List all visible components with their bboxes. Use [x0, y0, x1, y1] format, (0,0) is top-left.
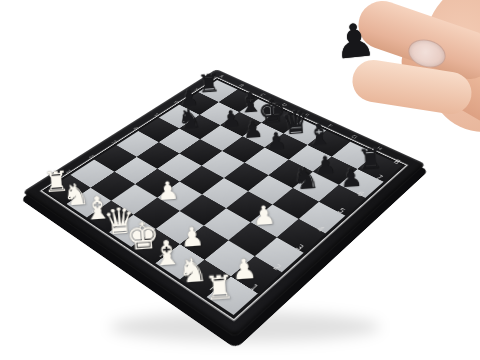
piece-white-pawn[interactable]: ♟ [156, 178, 180, 204]
chessboard[interactable]: ♜♝♚♛♝♜♟♟♟♟♟♟♞♞♟♟♟♟♜♞♝♛♚♝♞♜ AABBCCDDEEFFG… [22, 69, 425, 338]
rank-label-far-5: 5 [150, 111, 163, 118]
rank-label-far-4: 4 [129, 125, 142, 133]
piece-white-pawn[interactable]: ♟ [231, 255, 258, 284]
piece-black-pawn[interactable]: ♟ [265, 129, 287, 154]
piece-black-pawn[interactable]: ♟ [242, 118, 264, 142]
rank-label-far-2: 2 [85, 153, 98, 161]
piece-black-knight[interactable]: ♞ [177, 105, 203, 134]
piece-white-rook[interactable]: ♜ [204, 271, 236, 306]
thumb [349, 57, 474, 117]
file-label-far-g: G [347, 133, 361, 141]
middle-finger [393, 31, 480, 136]
piece-white-pawn[interactable]: ♟ [179, 224, 205, 252]
rank-label-far-3: 3 [107, 138, 120, 146]
board-frame: ♜♝♚♛♝♜♟♟♟♟♟♟♞♞♟♟♟♟♜♞♝♛♚♝♞♜ AABBCCDDEEFFG… [22, 69, 425, 338]
piece-white-pawn[interactable]: ♟ [251, 202, 276, 229]
piece-black-pawn[interactable]: ♟ [220, 107, 242, 131]
piece-black-knight[interactable]: ♞ [291, 163, 320, 195]
held-black-pawn-icon[interactable]: ♟ [332, 16, 378, 66]
scene: ♜♝♚♛♝♜♟♟♟♟♟♟♞♞♟♟♟♟♜♞♝♛♚♝♞♜ AABBCCDDEEFFG… [0, 0, 480, 360]
index-fingernail [405, 35, 449, 71]
palm [424, 0, 480, 132]
piece-black-pawn[interactable]: ♟ [340, 165, 364, 191]
index-finger [352, 0, 480, 85]
